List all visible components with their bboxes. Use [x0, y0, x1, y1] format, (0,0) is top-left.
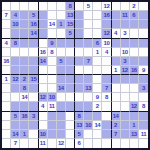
- cell-r1c11[interactable]: [93, 2, 102, 11]
- cell-r5c14[interactable]: [121, 39, 130, 48]
- cell-r7c2[interactable]: [11, 57, 20, 66]
- cell-r8c12[interactable]: [102, 66, 111, 75]
- cell-r16c11[interactable]: [93, 139, 102, 148]
- cell-r5c8[interactable]: [66, 39, 75, 48]
- cell-r3c2[interactable]: 10: [11, 20, 20, 29]
- cell-r16c16[interactable]: [139, 139, 148, 148]
- cell-r7c4[interactable]: [29, 57, 38, 66]
- cell-r9c1[interactable]: 1: [2, 75, 11, 84]
- cell-r15c7[interactable]: [57, 130, 66, 139]
- cell-r15c4[interactable]: [29, 130, 38, 139]
- cell-r13c12[interactable]: [102, 112, 111, 121]
- cell-r14c13[interactable]: 2: [112, 121, 121, 130]
- cell-r7c15[interactable]: [130, 57, 139, 66]
- cell-r11c14[interactable]: [121, 93, 130, 102]
- cell-r1c10[interactable]: 5: [84, 2, 93, 11]
- cell-r5c10[interactable]: [84, 39, 93, 48]
- cell-r13c7[interactable]: [57, 112, 66, 121]
- cell-r14c14[interactable]: [121, 121, 130, 130]
- cell-r10c11[interactable]: [93, 84, 102, 93]
- cell-r12c3[interactable]: [20, 102, 29, 111]
- cell-r2c6[interactable]: [48, 11, 57, 20]
- cell-r5c2[interactable]: 8: [11, 39, 20, 48]
- cell-r10c9[interactable]: [75, 84, 84, 93]
- cell-r4c4[interactable]: 14: [29, 29, 38, 38]
- cell-r5c7[interactable]: [57, 39, 66, 48]
- cell-r4c8[interactable]: 5: [66, 29, 75, 38]
- cell-r2c13[interactable]: [112, 11, 121, 20]
- cell-r11c9[interactable]: [75, 93, 84, 102]
- cell-r1c3[interactable]: [20, 2, 29, 11]
- cell-r4c12[interactable]: 12: [102, 29, 111, 38]
- cell-r2c8[interactable]: 13: [66, 11, 75, 20]
- cell-r14c5[interactable]: [39, 121, 48, 130]
- cell-r3c15[interactable]: [130, 20, 139, 29]
- cell-r8c1[interactable]: [2, 66, 11, 75]
- cell-r2c4[interactable]: 5: [29, 11, 38, 20]
- cell-r3c12[interactable]: [102, 20, 111, 29]
- cell-r7c8[interactable]: [66, 57, 75, 66]
- cell-r12c1[interactable]: [2, 102, 11, 111]
- cell-r9c15[interactable]: [130, 75, 139, 84]
- cell-r8c3[interactable]: [20, 66, 29, 75]
- cell-r15c10[interactable]: [84, 130, 93, 139]
- cell-r1c2[interactable]: [11, 2, 20, 11]
- cell-r11c12[interactable]: 8: [102, 93, 111, 102]
- cell-r16c7[interactable]: 12: [57, 139, 66, 148]
- cell-r3c8[interactable]: 15: [66, 20, 75, 29]
- cell-r14c15[interactable]: 1: [130, 121, 139, 130]
- cell-r9c10[interactable]: [84, 75, 93, 84]
- cell-r14c12[interactable]: [102, 121, 111, 130]
- cell-r13c1[interactable]: [2, 112, 11, 121]
- cell-r7c6[interactable]: [48, 57, 57, 66]
- cell-r4c1[interactable]: [2, 29, 11, 38]
- cell-r16c5[interactable]: 11: [39, 139, 48, 148]
- cell-r2c1[interactable]: 7: [2, 11, 11, 20]
- cell-r7c16[interactable]: [139, 57, 148, 66]
- cell-r1c8[interactable]: 8: [66, 2, 75, 11]
- cell-r11c4[interactable]: [29, 93, 38, 102]
- cell-r7c14[interactable]: 3: [121, 57, 130, 66]
- cell-r13c14[interactable]: [121, 112, 130, 121]
- cell-r2c11[interactable]: [93, 11, 102, 20]
- cell-r6c15[interactable]: [130, 48, 139, 57]
- cell-r4c16[interactable]: [139, 29, 148, 38]
- cell-r1c14[interactable]: [121, 2, 130, 11]
- cell-r6c13[interactable]: [112, 48, 121, 57]
- cell-r11c16[interactable]: [139, 93, 148, 102]
- cell-r9c9[interactable]: [75, 75, 84, 84]
- cell-r16c12[interactable]: [102, 139, 111, 148]
- cell-r2c15[interactable]: 6: [130, 11, 139, 20]
- cell-r11c11[interactable]: 9: [93, 93, 102, 102]
- cell-r15c13[interactable]: 7: [112, 130, 121, 139]
- cell-r11c10[interactable]: [84, 93, 93, 102]
- cell-r9c2[interactable]: 12: [11, 75, 20, 84]
- cell-r14c10[interactable]: 10: [84, 121, 93, 130]
- sudoku-16x16-board: 8512274513161161016141151451243489610168…: [0, 0, 150, 150]
- cell-r5c4[interactable]: [29, 39, 38, 48]
- cell-r8c9[interactable]: [75, 66, 84, 75]
- cell-r5c13[interactable]: [112, 39, 121, 48]
- cell-r9c14[interactable]: [121, 75, 130, 84]
- cell-r12c12[interactable]: [102, 102, 111, 111]
- cell-r12c14[interactable]: [121, 102, 130, 111]
- cell-r15c15[interactable]: 13: [130, 130, 139, 139]
- cell-r5c16[interactable]: [139, 39, 148, 48]
- cell-r10c4[interactable]: [29, 84, 38, 93]
- cell-r11c8[interactable]: [66, 93, 75, 102]
- cell-r10c6[interactable]: [48, 84, 57, 93]
- cell-r9c12[interactable]: [102, 75, 111, 84]
- cell-r14c6[interactable]: [48, 121, 57, 130]
- cell-r16c13[interactable]: [112, 139, 121, 148]
- cell-r16c15[interactable]: [130, 139, 139, 148]
- cell-r8c15[interactable]: 16: [130, 66, 139, 75]
- cell-r1c5[interactable]: [39, 2, 48, 11]
- cell-r4c13[interactable]: 4: [112, 29, 121, 38]
- cell-r15c6[interactable]: [48, 130, 57, 139]
- cell-r12c15[interactable]: 12: [130, 102, 139, 111]
- cell-r15c11[interactable]: [93, 130, 102, 139]
- cell-r15c2[interactable]: 14: [11, 130, 20, 139]
- cell-r9c16[interactable]: [139, 75, 148, 84]
- cell-r14c7[interactable]: [57, 121, 66, 130]
- cell-r7c5[interactable]: 14: [39, 57, 48, 66]
- cell-r11c15[interactable]: [130, 93, 139, 102]
- cell-r13c15[interactable]: [130, 112, 139, 121]
- cell-r3c6[interactable]: 14: [48, 20, 57, 29]
- cell-r10c3[interactable]: 8: [20, 84, 29, 93]
- cell-r9c6[interactable]: [48, 75, 57, 84]
- cell-r4c15[interactable]: [130, 29, 139, 38]
- cell-r10c8[interactable]: [66, 84, 75, 93]
- cell-r7c12[interactable]: [102, 57, 111, 66]
- cell-r14c11[interactable]: 14: [93, 121, 102, 130]
- cell-r6c5[interactable]: 16: [39, 48, 48, 57]
- cell-r14c9[interactable]: 13: [75, 121, 84, 130]
- cell-r3c16[interactable]: [139, 20, 148, 29]
- cell-r13c16[interactable]: [139, 112, 148, 121]
- cell-r3c14[interactable]: [121, 20, 130, 29]
- cell-r3c3[interactable]: [20, 20, 29, 29]
- cell-r1c4[interactable]: [29, 2, 38, 11]
- cell-r15c12[interactable]: [102, 130, 111, 139]
- cell-r16c9[interactable]: 6: [75, 139, 84, 148]
- cell-r6c12[interactable]: 4: [102, 48, 111, 57]
- cell-r8c2[interactable]: [11, 66, 20, 75]
- cell-r3c7[interactable]: 1: [57, 20, 66, 29]
- cell-r6c9[interactable]: [75, 48, 84, 57]
- cell-r9c4[interactable]: 15: [29, 75, 38, 84]
- cell-r6c2[interactable]: [11, 48, 20, 57]
- cell-r4c6[interactable]: [48, 29, 57, 38]
- cell-r4c9[interactable]: [75, 29, 84, 38]
- cell-r1c1[interactable]: [2, 2, 11, 11]
- cell-r2c5[interactable]: [39, 11, 48, 20]
- cell-r8c16[interactable]: 9: [139, 66, 148, 75]
- cell-r8c4[interactable]: [29, 66, 38, 75]
- cell-r5c12[interactable]: 10: [102, 39, 111, 48]
- cell-r2c7[interactable]: [57, 11, 66, 20]
- cell-r11c3[interactable]: 14: [20, 93, 29, 102]
- cell-r9c11[interactable]: [93, 75, 102, 84]
- cell-r6c11[interactable]: 1: [93, 48, 102, 57]
- cell-r3c13[interactable]: [112, 20, 121, 29]
- puzzle-page: 8512274513161161016141151451243489610168…: [0, 0, 150, 150]
- cell-r1c13[interactable]: [112, 2, 121, 11]
- cell-r4c7[interactable]: [57, 29, 66, 38]
- cell-r13c5[interactable]: [39, 112, 48, 121]
- cell-r6c8[interactable]: [66, 48, 75, 57]
- cell-r12c16[interactable]: 8: [139, 102, 148, 111]
- cell-r16c2[interactable]: 7: [11, 139, 20, 148]
- cell-r13c4[interactable]: 3: [29, 112, 38, 121]
- cell-r12c11[interactable]: 2: [93, 102, 102, 111]
- cell-r4c11[interactable]: [93, 29, 102, 38]
- cell-r8c7[interactable]: [57, 66, 66, 75]
- cell-r6c7[interactable]: [57, 48, 66, 57]
- cell-r3c1[interactable]: [2, 20, 11, 29]
- cell-r15c9[interactable]: 5: [75, 130, 84, 139]
- cell-r6c6[interactable]: 8: [48, 48, 57, 57]
- cell-r2c12[interactable]: 16: [102, 11, 111, 20]
- cell-r12c10[interactable]: [84, 102, 93, 111]
- cell-r4c2[interactable]: [11, 29, 20, 38]
- cell-r12c13[interactable]: [112, 102, 121, 111]
- cell-r8c13[interactable]: 1: [112, 66, 121, 75]
- cell-r15c8[interactable]: [66, 130, 75, 139]
- cell-r3c11[interactable]: [93, 20, 102, 29]
- cell-r12c7[interactable]: [57, 102, 66, 111]
- cell-r13c6[interactable]: [48, 112, 57, 121]
- cell-r12c4[interactable]: [29, 102, 38, 111]
- cell-r2c9[interactable]: [75, 11, 84, 20]
- cell-r7c9[interactable]: [75, 57, 84, 66]
- cell-r8c5[interactable]: [39, 66, 48, 75]
- cell-r6c10[interactable]: [84, 48, 93, 57]
- cell-r4c3[interactable]: [20, 29, 29, 38]
- cell-r1c12[interactable]: 12: [102, 2, 111, 11]
- cell-r15c14[interactable]: [121, 130, 130, 139]
- cell-r9c8[interactable]: [66, 75, 75, 84]
- cell-r13c2[interactable]: 5: [11, 112, 20, 121]
- cell-r5c3[interactable]: [20, 39, 29, 48]
- cell-r10c5[interactable]: [39, 84, 48, 93]
- cell-r5c15[interactable]: [130, 39, 139, 48]
- cell-r10c2[interactable]: [11, 84, 20, 93]
- cell-r14c16[interactable]: [139, 121, 148, 130]
- cell-r11c2[interactable]: [11, 93, 20, 102]
- cell-r14c4[interactable]: [29, 121, 38, 130]
- cell-r7c3[interactable]: [20, 57, 29, 66]
- cell-r10c15[interactable]: [130, 84, 139, 93]
- cell-r16c10[interactable]: [84, 139, 93, 148]
- cell-r9c7[interactable]: [57, 75, 66, 84]
- cell-r15c16[interactable]: 11: [139, 130, 148, 139]
- cell-r7c13[interactable]: [112, 57, 121, 66]
- cell-r15c5[interactable]: 10: [39, 130, 48, 139]
- cell-r5c1[interactable]: 4: [2, 39, 11, 48]
- cell-r1c9[interactable]: [75, 2, 84, 11]
- cell-r8c8[interactable]: [66, 66, 75, 75]
- cell-r2c16[interactable]: [139, 11, 148, 20]
- cell-r4c5[interactable]: [39, 29, 48, 38]
- cell-r2c2[interactable]: 4: [11, 11, 20, 20]
- cell-r1c7[interactable]: [57, 2, 66, 11]
- cell-r16c1[interactable]: [2, 139, 11, 148]
- cell-r12c2[interactable]: [11, 102, 20, 111]
- cell-r11c6[interactable]: 10: [48, 93, 57, 102]
- cell-r1c6[interactable]: [48, 2, 57, 11]
- cell-r4c10[interactable]: [84, 29, 93, 38]
- cell-r8c10[interactable]: [84, 66, 93, 75]
- cell-r5c5[interactable]: [39, 39, 48, 48]
- cell-r13c11[interactable]: [93, 112, 102, 121]
- cell-r11c5[interactable]: 12: [39, 93, 48, 102]
- cell-r2c3[interactable]: [20, 11, 29, 20]
- cell-r16c6[interactable]: [48, 139, 57, 148]
- cell-r7c11[interactable]: [93, 57, 102, 66]
- cell-r12c6[interactable]: 11: [48, 102, 57, 111]
- cell-r5c6[interactable]: 9: [48, 39, 57, 48]
- cell-r9c5[interactable]: [39, 75, 48, 84]
- cell-r7c1[interactable]: 16: [2, 57, 11, 66]
- cell-r1c16[interactable]: [139, 2, 148, 11]
- cell-r6c1[interactable]: [2, 48, 11, 57]
- cell-r11c1[interactable]: [2, 93, 11, 102]
- cell-r5c9[interactable]: [75, 39, 84, 48]
- cell-r16c3[interactable]: [20, 139, 29, 148]
- cell-r3c4[interactable]: 16: [29, 20, 38, 29]
- cell-r13c9[interactable]: 8: [75, 112, 84, 121]
- cell-r11c7[interactable]: [57, 93, 66, 102]
- cell-r14c3[interactable]: [20, 121, 29, 130]
- cell-r7c7[interactable]: 5: [57, 57, 66, 66]
- cell-r7c10[interactable]: 7: [84, 57, 93, 66]
- cell-r6c4[interactable]: [29, 48, 38, 57]
- cell-r15c1[interactable]: [2, 130, 11, 139]
- cell-r3c5[interactable]: [39, 20, 48, 29]
- cell-r14c1[interactable]: [2, 121, 11, 130]
- cell-r4c14[interactable]: 3: [121, 29, 130, 38]
- cell-r13c3[interactable]: 16: [20, 112, 29, 121]
- cell-r13c13[interactable]: 14: [112, 112, 121, 121]
- cell-r10c16[interactable]: 3: [139, 84, 148, 93]
- cell-r8c11[interactable]: [93, 66, 102, 75]
- cell-r5c11[interactable]: 6: [93, 39, 102, 48]
- cell-r13c10[interactable]: [84, 112, 93, 121]
- cell-r10c10[interactable]: 13: [84, 84, 93, 93]
- cell-r10c13[interactable]: [112, 84, 121, 93]
- cell-r10c14[interactable]: [121, 84, 130, 93]
- cell-r10c12[interactable]: 7: [102, 84, 111, 93]
- cell-r12c8[interactable]: [66, 102, 75, 111]
- cell-r8c6[interactable]: [48, 66, 57, 75]
- cell-r6c16[interactable]: [139, 48, 148, 57]
- cell-r1c15[interactable]: 2: [130, 2, 139, 11]
- cell-r9c3[interactable]: 2: [20, 75, 29, 84]
- cell-r2c14[interactable]: 11: [121, 11, 130, 20]
- cell-r12c9[interactable]: [75, 102, 84, 111]
- cell-r2c10[interactable]: [84, 11, 93, 20]
- cell-r10c7[interactable]: 14: [57, 84, 66, 93]
- cell-r6c14[interactable]: 10: [121, 48, 130, 57]
- cell-r14c2[interactable]: [11, 121, 20, 130]
- cell-r12c5[interactable]: 4: [39, 102, 48, 111]
- cell-r16c4[interactable]: [29, 139, 38, 148]
- cell-r10c1[interactable]: [2, 84, 11, 93]
- cell-r13c8[interactable]: [66, 112, 75, 121]
- cell-r11c13[interactable]: [112, 93, 121, 102]
- cell-r15c3[interactable]: 1: [20, 130, 29, 139]
- cell-r3c9[interactable]: [75, 20, 84, 29]
- cell-r16c14[interactable]: [121, 139, 130, 148]
- cell-r8c14[interactable]: 12: [121, 66, 130, 75]
- cell-r16c8[interactable]: [66, 139, 75, 148]
- cell-r14c8[interactable]: [66, 121, 75, 130]
- cell-r6c3[interactable]: [20, 48, 29, 57]
- cell-r9c13[interactable]: [112, 75, 121, 84]
- cell-r3c10[interactable]: [84, 20, 93, 29]
